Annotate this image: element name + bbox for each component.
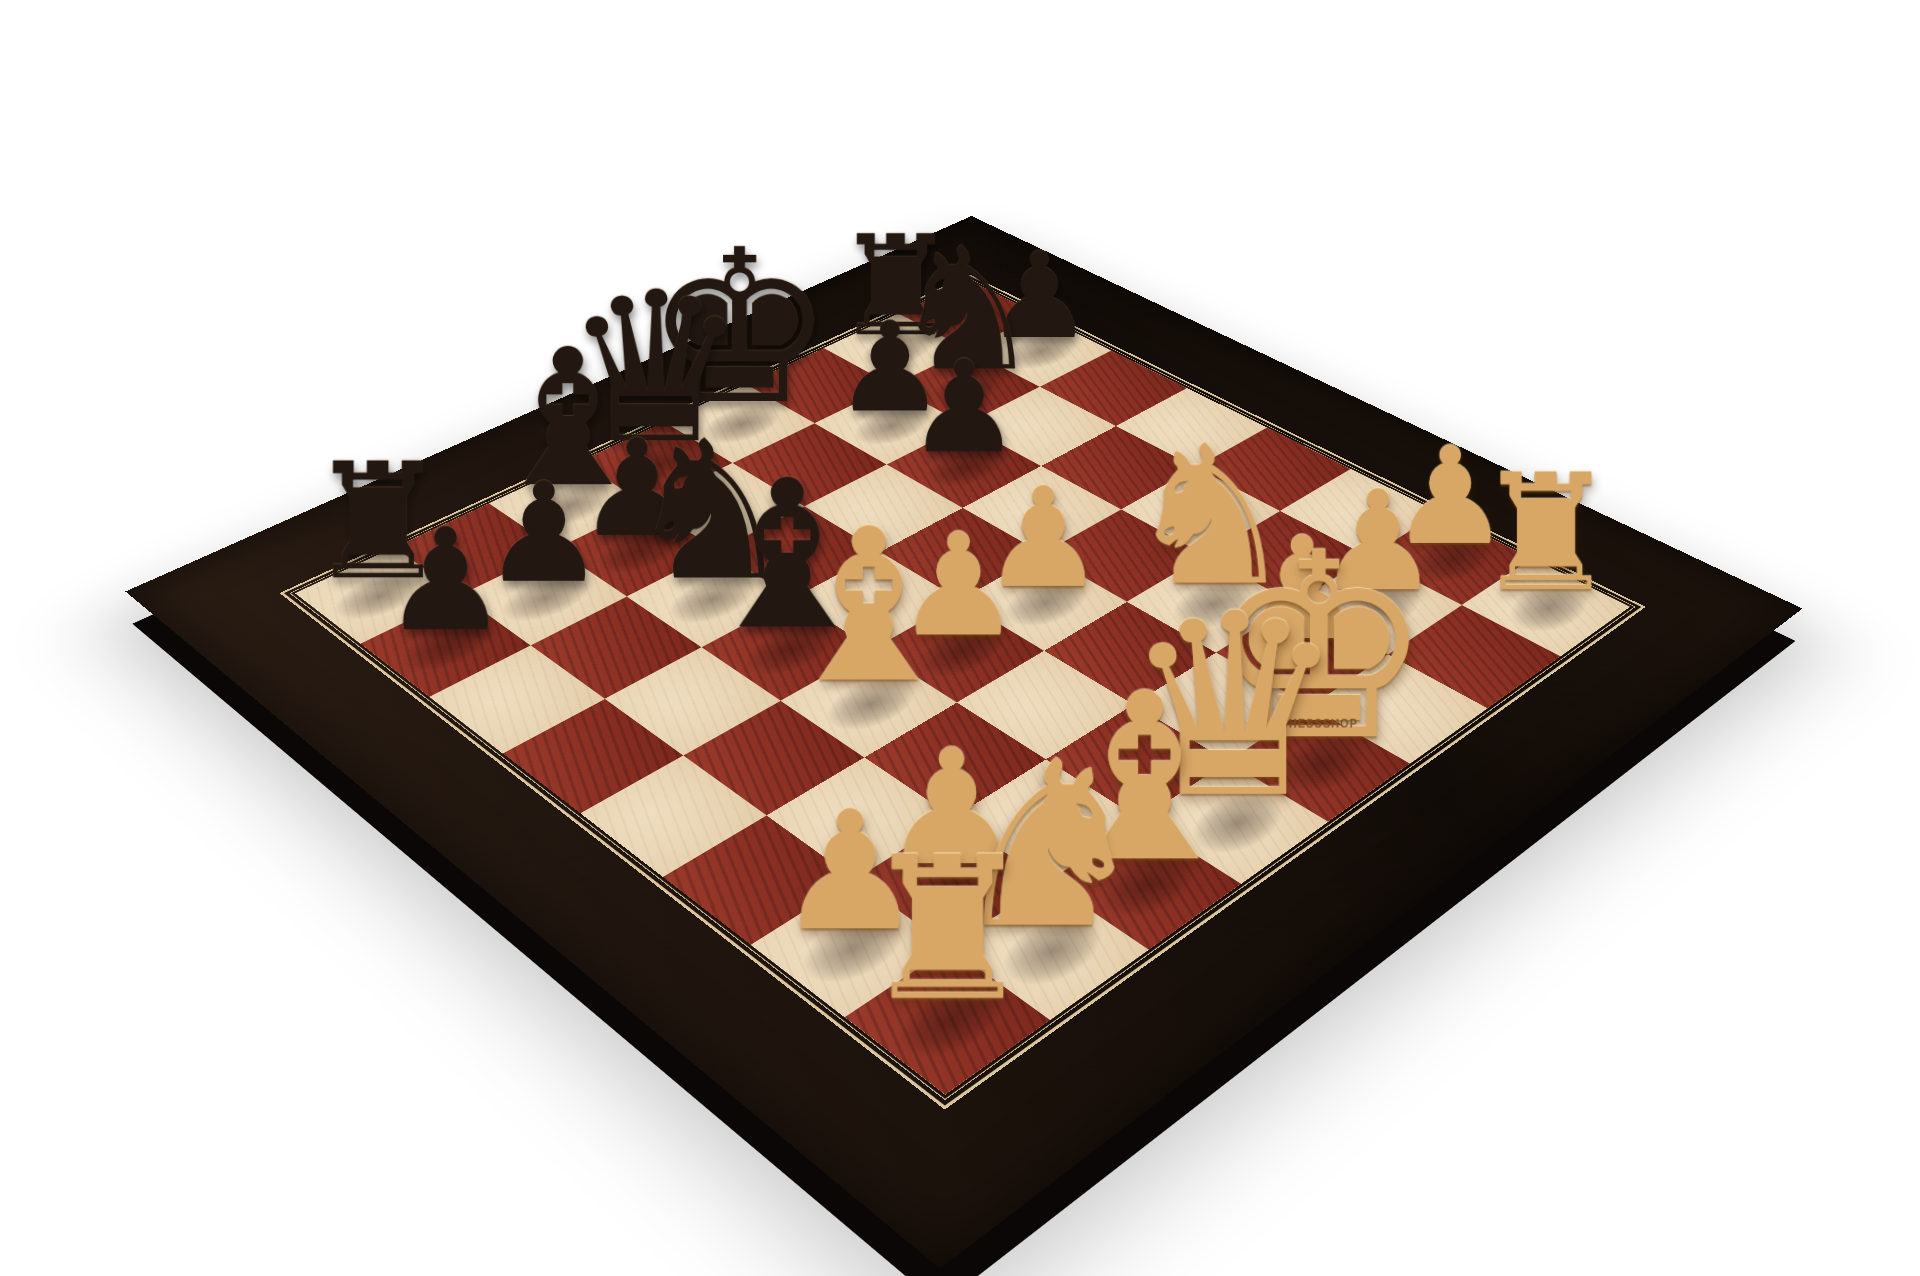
square-a1: ♜ xyxy=(845,947,1051,1094)
piece-white-rook-h1: ♜ xyxy=(1474,453,1618,614)
chessboard: ♜♝♛♚♜♟♟♟♟♞♟♞♟♝♝♟♟♞♟♟♟♟♟♜♞♝♛♚CHESSSHOP♜ xyxy=(295,280,1630,1094)
piece-black-pawn-a7: ♟ xyxy=(382,510,509,651)
product-photo-scene: ♜♝♛♚♜♟♟♟♟♞♟♞♟♝♝♟♟♞♟♟♟♟♟♜♞♝♛♚CHESSSHOP♜ xyxy=(0,0,1920,1276)
pinstripe-inner: ♜♝♛♚♜♟♟♟♟♞♟♞♟♝♝♟♟♞♟♟♟♟♟♜♞♝♛♚CHESSSHOP♜ xyxy=(289,278,1635,1100)
board-frame: ♜♝♛♚♜♟♟♟♟♞♟♞♟♝♝♟♟♞♟♟♟♟♟♜♞♝♛♚CHESSSHOP♜ xyxy=(125,216,1802,1268)
piece-white-rook-a1: ♜ xyxy=(859,831,1036,1028)
pinstripe-outer: ♜♝♛♚♜♟♟♟♟♞♟♞♟♝♝♟♟♞♟♟♟♟♟♜♞♝♛♚CHESSSHOP♜ xyxy=(280,274,1646,1109)
piece-white-bishop-c4: ♝ xyxy=(774,501,963,712)
piece-black-pawn-f6: ♟ xyxy=(907,344,1021,472)
square-a7: ♟ xyxy=(360,595,530,697)
chessboard-3d: ♜♝♛♚♜♟♟♟♟♞♟♞♟♝♝♟♟♞♟♟♟♟♟♜♞♝♛♚CHESSSHOP♜ xyxy=(125,216,1802,1268)
